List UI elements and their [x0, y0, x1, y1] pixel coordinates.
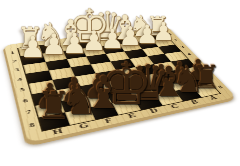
rank-label-left-1: 1	[10, 51, 15, 54]
rank-label-left-4: 4	[17, 78, 22, 82]
rank-label-left-8: 8	[29, 123, 35, 129]
rank-label-right-7: 7	[209, 77, 215, 81]
rank-label-left-7: 7	[26, 110, 32, 115]
rank-label-right-3: 3	[180, 46, 185, 49]
rank-label-left-5: 5	[20, 88, 26, 93]
rank-label-right-8: 8	[218, 85, 224, 89]
file-label-d: D	[149, 108, 160, 115]
rank-label-right-6: 6	[201, 68, 207, 72]
rank-label-left-6: 6	[23, 99, 29, 104]
file-label-c: C	[170, 103, 181, 110]
file-label-g: G	[78, 122, 90, 130]
rank-label-right-2: 2	[174, 39, 179, 42]
file-label-f: F	[104, 117, 114, 124]
chess-set-photo: HGFEDCBA1234567812345678 ♜♞♝♛♚♝♞♜♟♟♟♟♟♟♟…	[0, 0, 240, 166]
rank-label-right-5: 5	[194, 60, 200, 63]
file-label-a: A	[208, 95, 218, 101]
board-grid	[17, 31, 221, 131]
file-label-b: B	[190, 99, 200, 105]
file-label-e: E	[127, 112, 137, 119]
rank-label-left-3: 3	[15, 68, 20, 72]
chess-board: HGFEDCBA1234567812345678	[4, 27, 236, 143]
rank-label-right-1: 1	[168, 33, 173, 36]
file-label-h: H	[52, 128, 64, 136]
rank-label-right-4: 4	[187, 53, 193, 56]
rank-label-left-2: 2	[12, 59, 17, 63]
